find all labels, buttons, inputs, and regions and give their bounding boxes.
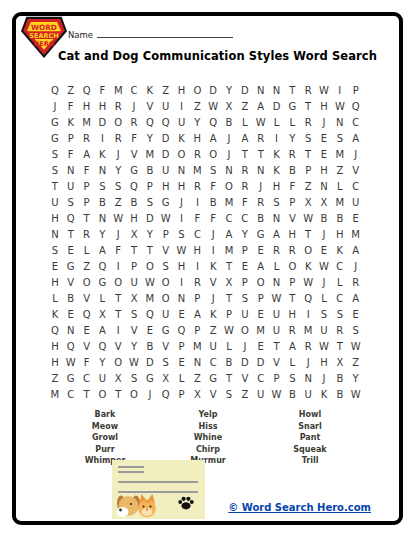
grid-cell-r19c17: N (300, 371, 316, 387)
grid-cell-r20c19: B (332, 387, 348, 403)
grid-cell-r9c9: I (174, 210, 190, 226)
grid-cell-r20c9: P (174, 387, 190, 403)
grid-cell-r6c17: P (300, 162, 316, 178)
grid-cell-r8c10: I (189, 194, 205, 210)
grid-cell-r12c4: Q (94, 259, 110, 275)
grid-cell-r1c11: D (205, 82, 221, 98)
grid-cell-r1c20: P (348, 82, 364, 98)
grid-cell-r5c16: R (284, 146, 300, 162)
grid-cell-r9c19: B (332, 210, 348, 226)
grid-cell-r7c2: U (63, 178, 79, 194)
grid-cell-r17c3: V (79, 339, 95, 355)
grid-cell-r20c10: X (189, 387, 205, 403)
grid-cell-r20c14: U (253, 387, 269, 403)
grid-cell-r6c4: N (94, 162, 110, 178)
grid-cell-r8c16: P (284, 194, 300, 210)
grid-cell-r11c7: T (142, 242, 158, 258)
grid-cell-r19c4: U (94, 371, 110, 387)
grid-cell-r20c8: Q (158, 387, 174, 403)
grid-cell-r15c10: A (189, 307, 205, 323)
grid-cell-r15c16: H (284, 307, 300, 323)
grid-cell-r16c2: N (63, 323, 79, 339)
grid-cell-r17c10: M (189, 339, 205, 355)
grid-cell-r3c13: L (237, 114, 253, 130)
grid-cell-r11c14: E (253, 242, 269, 258)
grid-cell-r20c3: T (79, 387, 95, 403)
grid-cell-r18c9: E (174, 355, 190, 371)
grid-cell-r8c20: U (348, 194, 364, 210)
grid-cell-r12c5: I (110, 259, 126, 275)
grid-cell-r5c7: M (142, 146, 158, 162)
grid-cell-r19c18: J (316, 371, 332, 387)
grid-cell-r14c1: L (47, 291, 63, 307)
grid-cell-r7c8: H (158, 178, 174, 194)
grid-cell-r10c18: J (316, 226, 332, 242)
grid-cell-r3c8: Q (158, 114, 174, 130)
grid-cell-r6c1: S (47, 162, 63, 178)
grid-cell-r6c19: Z (332, 162, 348, 178)
grid-cell-r13c5: O (110, 275, 126, 291)
grid-cell-r12c2: G (63, 259, 79, 275)
grid-cell-r19c6: S (126, 371, 142, 387)
grid-cell-r14c8: O (158, 291, 174, 307)
name-label: Name (68, 30, 93, 40)
grid-cell-r12c18: W (316, 259, 332, 275)
grid-cell-r6c13: R (237, 162, 253, 178)
grid-cell-r18c12: B (221, 355, 237, 371)
grid-cell-r9c2: Q (63, 210, 79, 226)
grid-cell-r20c12: S (221, 387, 237, 403)
grid-cell-r10c11: J (205, 226, 221, 242)
grid-cell-r11c4: A (94, 242, 110, 258)
grid-cell-r17c17: R (300, 339, 316, 355)
credit-link[interactable]: © Word Search Hero.com (228, 502, 371, 513)
grid-cell-r4c4: I (94, 130, 110, 146)
grid-cell-r3c12: B (221, 114, 237, 130)
grid-cell-r5c17: T (300, 146, 316, 162)
logo-search: SEARCH (29, 32, 58, 40)
grid-cell-r10c16: H (284, 226, 300, 242)
grid-cell-r11c2: E (63, 242, 79, 258)
grid-cell-r7c12: O (221, 178, 237, 194)
grid-cell-r19c13: V (237, 371, 253, 387)
grid-cell-r11c17: O (300, 242, 316, 258)
grid-cell-r3c14: W (253, 114, 269, 130)
grid-cell-r8c2: S (63, 194, 79, 210)
grid-cell-r2c7: V (142, 98, 158, 114)
grid-cell-r17c6: Y (126, 339, 142, 355)
grid-cell-r10c17: T (300, 226, 316, 242)
grid-cell-r6c15: K (269, 162, 285, 178)
grid-cell-r5c13: T (237, 146, 253, 162)
grid-cell-r2c3: H (79, 98, 95, 114)
grid-cell-r6c8: U (158, 162, 174, 178)
grid-cell-r18c8: S (158, 355, 174, 371)
grid-cell-r1c7: K (142, 82, 158, 98)
grid-cell-r13c14: O (253, 275, 269, 291)
grid-cell-r17c9: P (174, 339, 190, 355)
grid-cell-r10c3: R (79, 226, 95, 242)
grid-cell-r6c18: H (316, 162, 332, 178)
grid-cell-r17c16: A (284, 339, 300, 355)
grid-cell-r16c5: I (110, 323, 126, 339)
grid-cell-r18c3: F (79, 355, 95, 371)
grid-cell-r15c3: Q (79, 307, 95, 323)
grid-cell-r12c14: A (253, 259, 269, 275)
grid-cell-r5c10: R (189, 146, 205, 162)
grid-cell-r4c3: R (79, 130, 95, 146)
grid-cell-r17c15: T (269, 339, 285, 355)
grid-cell-r5c8: D (158, 146, 174, 162)
grid-cell-r7c7: P (142, 178, 158, 194)
grid-cell-r6c20: V (348, 162, 364, 178)
grid-cell-r18c20: Z (348, 355, 364, 371)
grid-cell-r14c20: A (348, 291, 364, 307)
word-item: Pant (250, 432, 370, 444)
dog-and-cat-icon (115, 491, 159, 518)
name-blank-line (97, 29, 233, 38)
grid-cell-r13c8: O (158, 275, 174, 291)
grid-cell-r15c1: K (47, 307, 63, 323)
grid-cell-r13c3: O (79, 275, 95, 291)
grid-cell-r2c5: R (110, 98, 126, 114)
grid-cell-r2c11: W (205, 98, 221, 114)
grid-cell-r4c13: A (237, 130, 253, 146)
grid-cell-r16c14: M (253, 323, 269, 339)
grid-cell-r14c9: N (174, 291, 190, 307)
grid-cell-r7c17: Z (300, 178, 316, 194)
word-item: Snarl (250, 421, 370, 433)
grid-cell-r8c18: X (316, 194, 332, 210)
grid-cell-r17c1: H (47, 339, 63, 355)
grid-cell-r9c14: B (253, 210, 269, 226)
grid-cell-r8c11: B (205, 194, 221, 210)
grid-cell-r6c9: N (174, 162, 190, 178)
grid-cell-r9c3: T (79, 210, 95, 226)
grid-cell-r13c4: G (94, 275, 110, 291)
grid-cell-r9c4: N (94, 210, 110, 226)
grid-cell-r3c20: C (348, 114, 364, 130)
grid-cell-r8c14: R (253, 194, 269, 210)
grid-cell-r6c3: F (79, 162, 95, 178)
grid-cell-r10c8: P (158, 226, 174, 242)
grid-cell-r1c14: N (253, 82, 269, 98)
grid-cell-r7c15: H (269, 178, 285, 194)
grid-cell-r8c9: J (174, 194, 190, 210)
grid-cell-r13c1: H (47, 275, 63, 291)
grid-cell-r19c11: G (205, 371, 221, 387)
word-item: Purr (45, 444, 165, 456)
grid-cell-r9c12: C (221, 210, 237, 226)
grid-cell-r6c7: B (142, 162, 158, 178)
grid-cell-r12c15: L (269, 259, 285, 275)
grid-cell-r10c20: M (348, 226, 364, 242)
grid-cell-r14c10: P (189, 291, 205, 307)
grid-cell-r3c11: Q (205, 114, 221, 130)
grid-cell-r10c4: Y (94, 226, 110, 242)
grid-cell-r2c9: I (174, 98, 190, 114)
grid-cell-r2c12: X (221, 98, 237, 114)
grid-cell-r15c18: S (316, 307, 332, 323)
grid-cell-r18c5: O (110, 355, 126, 371)
grid-cell-r9c15: N (269, 210, 285, 226)
grid-cell-r2c13: Z (237, 98, 253, 114)
grid-cell-r20c11: V (205, 387, 221, 403)
grid-cell-r8c17: X (300, 194, 316, 210)
grid-cell-r3c19: N (332, 114, 348, 130)
grid-cell-r8c5: Z (110, 194, 126, 210)
grid-cell-r5c5: J (110, 146, 126, 162)
grid-cell-r4c6: F (126, 130, 142, 146)
grid-cell-r7c9: H (174, 178, 190, 194)
grid-cell-r12c17: K (300, 259, 316, 275)
grid-cell-r8c12: M (221, 194, 237, 210)
grid-cell-r12c9: H (174, 259, 190, 275)
grid-cell-r4c10: H (189, 130, 205, 146)
grid-cell-r15c6: S (126, 307, 142, 323)
grid-cell-r6c2: N (63, 162, 79, 178)
grid-cell-r10c15: A (269, 226, 285, 242)
grid-cell-r1c8: Z (158, 82, 174, 98)
grid-cell-r14c18: L (316, 291, 332, 307)
grid-cell-r3c6: R (126, 114, 142, 130)
word-list-column-1: BarkMeowGrowlPurrWhimper (45, 409, 165, 467)
grid-cell-r3c5: O (110, 114, 126, 130)
word-item: Howl (250, 409, 370, 421)
grid-cell-r13c13: P (237, 275, 253, 291)
grid-cell-r7c6: Q (126, 178, 142, 194)
grid-cell-r1c13: D (237, 82, 253, 98)
grid-cell-r19c16: S (284, 371, 300, 387)
grid-cell-r1c17: R (300, 82, 316, 98)
grid-cell-r19c19: B (332, 371, 348, 387)
grid-cell-r9c17: W (300, 210, 316, 226)
grid-cell-r6c6: G (126, 162, 142, 178)
logo-hero: HERO (34, 40, 55, 48)
grid-cell-r19c12: T (221, 371, 237, 387)
grid-cell-r14c6: X (126, 291, 142, 307)
grid-cell-r4c11: A (205, 130, 221, 146)
grid-cell-r16c15: U (269, 323, 285, 339)
grid-cell-r1c10: O (189, 82, 205, 98)
grid-cell-r12c7: O (142, 259, 158, 275)
grid-cell-r18c4: Y (94, 355, 110, 371)
grid-cell-r17c18: W (316, 339, 332, 355)
grid-cell-r11c6: T (126, 242, 142, 258)
grid-cell-r20c18: K (316, 387, 332, 403)
grid-cell-r11c1: S (47, 242, 63, 258)
grid-cell-r16c7: E (142, 323, 158, 339)
grid-cell-r12c13: E (237, 259, 253, 275)
grid-cell-r2c2: F (63, 98, 79, 114)
card-rule-line (118, 481, 198, 483)
grid-cell-r15c8: U (158, 307, 174, 323)
grid-cell-r18c2: W (63, 355, 79, 371)
grid-cell-r10c13: Y (237, 226, 253, 242)
grid-cell-r1c5: M (110, 82, 126, 98)
grid-cell-r16c12: W (221, 323, 237, 339)
grid-cell-r12c16: O (284, 259, 300, 275)
grid-cell-r10c6: X (126, 226, 142, 242)
grid-cell-r12c1: E (47, 259, 63, 275)
grid-cell-r9c11: F (205, 210, 221, 226)
grid-cell-r13c15: N (269, 275, 285, 291)
grid-cell-r17c19: T (332, 339, 348, 355)
grid-cell-r1c6: C (126, 82, 142, 98)
word-list-column-3: HowlSnarlPantSqueakTrill (250, 409, 370, 467)
grid-cell-r15c12: P (221, 307, 237, 323)
grid-cell-r4c20: A (348, 130, 364, 146)
grid-cell-r10c2: T (63, 226, 79, 242)
grid-cell-r7c10: R (189, 178, 205, 194)
grid-cell-r3c1: G (47, 114, 63, 130)
grid-cell-r15c14: E (253, 307, 269, 323)
grid-cell-r7c1: T (47, 178, 63, 194)
grid-cell-r4c2: P (63, 130, 79, 146)
grid-cell-r12c8: S (158, 259, 174, 275)
grid-cell-r19c20: Y (348, 371, 364, 387)
grid-cell-r13c12: X (221, 275, 237, 291)
card-rule-line (118, 466, 144, 468)
grid-cell-r4c5: R (110, 130, 126, 146)
grid-cell-r7c4: S (94, 178, 110, 194)
grid-cell-r20c7: J (142, 387, 158, 403)
card-rule-line (118, 471, 144, 473)
grid-cell-r18c11: C (205, 355, 221, 371)
grid-cell-r13c10: R (189, 275, 205, 291)
grid-cell-r20c20: W (348, 387, 364, 403)
grid-cell-r13c17: W (300, 275, 316, 291)
grid-cell-r8c4: B (94, 194, 110, 210)
grid-cell-r19c2: G (63, 371, 79, 387)
grid-cell-r12c11: K (205, 259, 221, 275)
grid-cell-r16c9: Q (174, 323, 190, 339)
grid-cell-r16c8: G (158, 323, 174, 339)
grid-cell-r2c18: H (316, 98, 332, 114)
grid-cell-r14c12: T (221, 291, 237, 307)
grid-cell-r9c16: V (284, 210, 300, 226)
grid-cell-r5c11: O (205, 146, 221, 162)
grid-cell-r9c13: C (237, 210, 253, 226)
grid-cell-r16c17: M (300, 323, 316, 339)
grid-cell-r14c19: C (332, 291, 348, 307)
grid-cell-r19c7: G (142, 371, 158, 387)
grid-cell-r7c18: N (316, 178, 332, 194)
grid-cell-r20c6: O (126, 387, 142, 403)
grid-cell-r13c18: J (316, 275, 332, 291)
grid-cell-r7c16: F (284, 178, 300, 194)
grid-cell-r15c13: U (237, 307, 253, 323)
grid-cell-r20c15: W (269, 387, 285, 403)
page-title: Cat and Dog Communication Styles Word Se… (16, 49, 399, 63)
word-item: Trill (250, 455, 370, 467)
grid-cell-r10c7: Y (142, 226, 158, 242)
grid-cell-r11c10: H (189, 242, 205, 258)
grid-cell-r11c18: E (316, 242, 332, 258)
grid-cell-r6c16: B (284, 162, 300, 178)
grid-cell-r20c2: C (63, 387, 79, 403)
grid-cell-r10c1: N (47, 226, 63, 242)
grid-cell-r16c19: R (332, 323, 348, 339)
grid-cell-r3c4: D (94, 114, 110, 130)
grid-cell-r11c19: K (332, 242, 348, 258)
grid-cell-r8c13: F (237, 194, 253, 210)
grid-cell-r16c16: R (284, 323, 300, 339)
paw-print-icon (178, 496, 194, 510)
grid-cell-r9c7: D (142, 210, 158, 226)
grid-cell-r12c19: C (332, 259, 348, 275)
grid-cell-r18c17: J (300, 355, 316, 371)
grid-cell-r20c4: O (94, 387, 110, 403)
grid-cell-r4c17: S (300, 130, 316, 146)
grid-cell-r8c6: B (126, 194, 142, 210)
grid-cell-r14c17: Q (300, 291, 316, 307)
grid-cell-r7c3: P (79, 178, 95, 194)
name-row: Name (68, 29, 233, 40)
grid-cell-r2c10: Z (189, 98, 205, 114)
grid-cell-r17c4: Q (94, 339, 110, 355)
grid-cell-r19c1: Z (47, 371, 63, 387)
grid-cell-r1c12: Y (221, 82, 237, 98)
grid-cell-r7c20: C (348, 178, 364, 194)
grid-cell-r9c20: E (348, 210, 364, 226)
grid-cell-r5c18: E (316, 146, 332, 162)
grid-cell-r18c1: H (47, 355, 63, 371)
grid-cell-r2c14: A (253, 98, 269, 114)
grid-cell-r13c20: R (348, 275, 364, 291)
grid-cell-r15c7: Q (142, 307, 158, 323)
grid-cell-r1c18: W (316, 82, 332, 98)
grid-cell-r6c5: Y (110, 162, 126, 178)
grid-cell-r17c12: L (221, 339, 237, 355)
grid-cell-r5c15: K (269, 146, 285, 162)
grid-cell-r12c12: T (221, 259, 237, 275)
grid-cell-r3c18: J (316, 114, 332, 130)
grid-cell-r6c11: S (205, 162, 221, 178)
grid-cell-r12c10: I (189, 259, 205, 275)
grid-cell-r1c2: Z (63, 82, 79, 98)
grid-cell-r5c12: J (221, 146, 237, 162)
grid-cell-r15c2: E (63, 307, 79, 323)
grid-cell-r12c6: P (126, 259, 142, 275)
grid-cell-r20c1: M (47, 387, 63, 403)
grid-cell-r9c1: H (47, 210, 63, 226)
grid-cell-r15c11: K (205, 307, 221, 323)
grid-cell-r10c14: G (253, 226, 269, 242)
grid-cell-r15c19: S (332, 307, 348, 323)
grid-cell-r8c15: S (269, 194, 285, 210)
grid-cell-r9c5: W (110, 210, 126, 226)
grid-cell-r14c13: S (237, 291, 253, 307)
grid-cell-r13c11: V (205, 275, 221, 291)
notes-card (112, 460, 205, 519)
grid-cell-r4c1: G (47, 130, 63, 146)
word-item: Meow (45, 421, 165, 433)
grid-cell-r10c12: A (221, 226, 237, 242)
word-item: Bark (45, 409, 165, 421)
grid-cell-r16c10: P (189, 323, 205, 339)
grid-cell-r14c11: J (205, 291, 221, 307)
grid-cell-r18c14: D (253, 355, 269, 371)
grid-cell-r10c19: H (332, 226, 348, 242)
grid-cell-r3c9: U (174, 114, 190, 130)
grid-cell-r6c12: N (221, 162, 237, 178)
grid-cell-r12c20: J (348, 259, 364, 275)
grid-cell-r5c9: O (174, 146, 190, 162)
grid-cell-r1c19: I (332, 82, 348, 98)
grid-cell-r4c15: I (269, 130, 285, 146)
grid-cell-r15c5: T (110, 307, 126, 323)
